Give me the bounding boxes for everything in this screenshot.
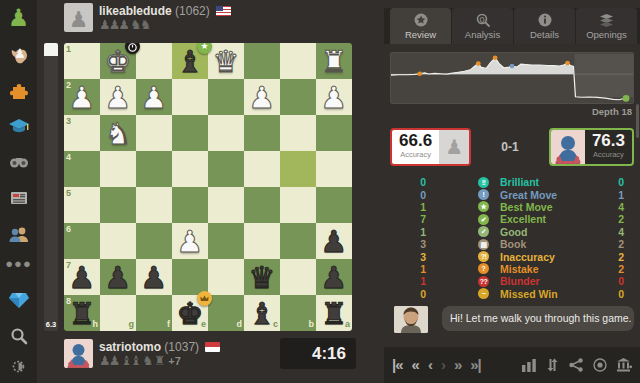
classification-row-best-move: 1★Best Move4 [390,201,634,213]
square-a6[interactable]: ♟ [316,223,352,259]
classification-label: Good [494,226,590,238]
square-d6[interactable] [208,223,244,259]
square-h4[interactable]: 4 [64,151,100,187]
square-c7[interactable]: ♛ [244,259,280,295]
square-b6[interactable] [280,223,316,259]
graph-marker-great-move[interactable] [510,64,515,69]
square-c6[interactable] [244,223,280,259]
white-count: 3 [390,251,426,263]
learn-cap-icon[interactable] [7,114,31,138]
white-pawn-g2[interactable]: ♟ [100,79,136,115]
square-b1[interactable] [280,43,316,79]
file-label-b: b [309,320,315,329]
crown-badge-icon [197,291,212,306]
white-pawn-a2[interactable]: ♟ [316,79,352,115]
classification-label: Book [494,238,590,250]
go-to-start-button[interactable]: |« [392,347,403,383]
white-accuracy-label: Accuracy [392,150,439,159]
white-count: 7 [390,213,426,225]
best-move-icon: ★ [478,201,489,212]
rank-label-4: 4 [66,153,71,162]
bottom-player-avatar[interactable] [64,339,93,368]
depth-row: Depth 18 [390,106,632,120]
great-move-icon: ! [478,189,489,200]
square-f8[interactable]: f [136,295,172,331]
square-f1[interactable] [136,43,172,79]
tab-review[interactable]: Review [390,8,451,44]
black-count: 0 [590,176,624,188]
black-bishop-c8[interactable]: ♝ [244,295,280,331]
svg-text:♟: ♟ [14,46,26,61]
classification-label: Great Move [494,189,590,201]
evaluation-bar-white [44,43,58,56]
classification-label: Brilliant [494,176,590,188]
square-f4[interactable] [136,151,172,187]
next-move-button[interactable]: › [441,347,445,383]
square-a8[interactable]: a♜ [316,295,352,331]
coach-avatar [394,306,428,333]
square-b2[interactable] [280,79,316,115]
black-count: 2 [590,213,624,225]
classification-row-brilliant: 0!!Brilliant0 [390,176,634,188]
blunder-icon: ?? [478,276,489,287]
square-h1[interactable]: 1 [64,43,100,79]
accuracy-row: 66.6 Accuracy ♟ 0-1 76.3 Accuracy [390,128,634,166]
square-f2[interactable]: ♟ [136,79,172,115]
square-f5[interactable] [136,187,172,223]
square-a5[interactable] [316,187,352,223]
black-pawn-a6[interactable]: ♟ [316,223,352,259]
square-c8[interactable]: c♝ [244,295,280,331]
square-e6[interactable]: ♟ [172,223,208,259]
graph-end-region [574,54,633,97]
classification-row-mistake: 1?Mistake2 [390,263,634,275]
square-c5[interactable] [244,187,280,223]
square-d3[interactable] [208,115,244,151]
white-count: 1 [390,226,426,238]
evaluation-bar: 6.3 [44,43,58,331]
square-d1[interactable]: ♛ [208,43,244,79]
square-g4[interactable] [100,151,136,187]
classification-label: Missed Win [494,288,590,300]
top-player-row: ♟ likeabledude (1062) ♟♟♟ ♞♞ ⚙ [37,2,384,40]
review-tab-bar: Review Q Analysis Details Openings [384,8,640,44]
black-count: 2 [590,263,624,275]
classification-row-great-move: 0!Great Move1 [390,188,634,200]
white-pawn-c2[interactable]: ♟ [244,79,280,115]
svg-text:♟: ♟ [69,7,89,32]
svg-text:Q: Q [479,15,484,23]
graph-marker-mistake[interactable] [565,61,570,66]
square-e2[interactable] [172,79,208,115]
move-navigation-bar: |««‹›»»| [384,347,640,383]
retry-icon[interactable] [546,358,559,372]
square-b3[interactable] [280,115,316,151]
record-icon[interactable] [593,358,607,372]
square-c4[interactable] [244,151,280,187]
excellent-icon: ✔ [478,214,489,225]
rank-label-3: 3 [66,117,71,126]
black-pawn-g7[interactable]: ♟ [100,259,136,295]
white-accuracy-card: 66.6 Accuracy ♟ [390,128,471,166]
square-h7[interactable]: 7♟ [64,259,100,295]
share-icon[interactable] [569,358,583,372]
fast-rewind-button[interactable]: « [412,347,419,383]
black-pawn-a7[interactable]: ♟ [316,259,352,295]
square-a7[interactable]: ♟ [316,259,352,295]
scrollbar-thumb[interactable] [636,104,639,138]
square-e4[interactable] [172,151,208,187]
classification-row-inaccuracy: 3?!Inaccuracy2 [390,250,634,262]
bottom-player-captured-pieces: ♟♟ ♝♝ ♞ ♜+7 [99,353,181,368]
square-f6[interactable] [136,223,172,259]
square-h6[interactable]: 6 [64,223,100,259]
rank-label-6: 6 [66,225,71,234]
white-knight-g3[interactable]: ♞ [100,115,136,151]
chess-logo-pawn-icon[interactable]: ♟ [7,6,31,30]
game-review-panel: Review Q Analysis Details Openings Depth… [384,0,640,383]
white-accuracy-value: 66.6 [392,130,439,150]
library-icon[interactable] [617,358,632,372]
review-star-icon [414,13,428,27]
watch-binoculars-icon[interactable] [7,150,31,174]
rank-label-1: 1 [66,45,71,54]
square-h3[interactable]: 3 [64,115,100,151]
news-icon[interactable] [7,186,31,210]
square-a3[interactable] [316,115,352,151]
black-pawn-h7[interactable]: ♟ [64,259,100,295]
go-to-end-button[interactable]: »| [470,347,481,383]
evaluation-graph[interactable] [390,52,634,104]
game-result: 0-1 [471,140,549,154]
square-e7[interactable] [172,259,208,295]
move-classification-list: 0!!Brilliant00!Great Move11★Best Move47✔… [390,176,634,300]
square-a4[interactable] [316,151,352,187]
classification-row-missed-win: 0−Missed Win0 [390,288,634,300]
file-label-g: g [129,320,135,329]
graph-marker-mistake[interactable] [493,56,498,61]
square-g8[interactable]: g [100,295,136,331]
more-dots-icon[interactable]: ●●● [7,252,31,276]
square-f3[interactable] [136,115,172,151]
material-advantage: +7 [168,355,181,367]
black-count: 2 [590,251,624,263]
premium-diamond-icon[interactable] [7,288,31,312]
square-c1[interactable] [244,43,280,79]
social-friends-icon[interactable] [7,222,31,246]
inaccuracy-icon: ?! [478,251,489,262]
chess-board[interactable]: 1♚♝★♛♜2♟♟♟♟♟3♞456♟♟7♟♟♟♛♟8h♜gfe♚dc♝ba♜ [64,43,352,331]
evaluation-value: 6.3 [44,320,58,329]
black-pawn-f7[interactable]: ♟ [136,259,172,295]
square-e1[interactable]: ♝★ [172,43,208,79]
coach-message: Hi! Let me walk you through this game. I… [442,306,634,331]
us-flag-icon [216,6,231,16]
classification-label: Inaccuracy [494,251,590,263]
square-d7[interactable] [208,259,244,295]
white-pawn-e6[interactable]: ♟ [172,223,208,259]
black-rook-h8[interactable]: ♜ [64,295,100,331]
square-g5[interactable] [100,187,136,223]
black-count: 4 [590,201,624,213]
square-b7[interactable] [280,259,316,295]
square-a2[interactable]: ♟ [316,79,352,115]
square-c3[interactable] [244,115,280,151]
fast-forward-button[interactable]: » [454,347,461,383]
classification-label: Mistake [494,263,590,275]
book-icon: ▤ [478,239,489,250]
square-f7[interactable]: ♟ [136,259,172,295]
missed-win-icon: − [478,288,489,299]
square-e5[interactable] [172,187,208,223]
brilliant-icon: !! [478,177,489,188]
square-e8[interactable]: e♚ [172,295,208,331]
bottom-player-row: satriotomo (1037) ♟♟ ♝♝ ♞ ♜+7 4:16 [37,338,384,376]
rank-label-5: 5 [66,189,71,198]
puzzles-icon[interactable] [7,78,31,102]
square-g7[interactable]: ♟ [100,259,136,295]
square-a1[interactable]: ♜ [316,43,352,79]
square-d8[interactable]: d [208,295,244,331]
classification-label: Blunder [494,275,590,287]
black-count: 0 [590,288,624,300]
white-rook-a1[interactable]: ♜ [316,43,352,79]
black-count: 2 [590,238,624,250]
openings-books-icon [599,13,614,27]
classification-label: Best Move [494,201,590,213]
classification-label: Excellent [494,213,590,225]
play-hand-icon[interactable]: ♟ [7,42,31,66]
white-count: 1 [390,201,426,213]
square-h2[interactable]: 2♟ [64,79,100,115]
black-accuracy-label: Accuracy [585,150,632,159]
top-player-rating: (1062) [175,4,210,18]
top-player-name[interactable]: likeabledude (1062) [99,4,231,18]
details-info-icon [538,13,552,27]
tab-details[interactable]: Details [514,8,575,44]
square-b5[interactable] [280,187,316,223]
previous-move-button[interactable]: ‹ [428,347,432,383]
graph-marker-mistake[interactable] [476,61,481,66]
classification-row-book: 3▤Book2 [390,238,634,250]
white-pawn-icon: ♟ [439,130,469,164]
white-count: 3 [390,238,426,250]
file-label-f: f [167,320,170,329]
white-count: 0 [390,288,426,300]
black-queen-c7[interactable]: ♛ [244,259,280,295]
coach-row: Hi! Let me walk you through this game. I… [394,306,634,336]
square-c2[interactable]: ♟ [244,79,280,115]
square-h5[interactable]: 5 [64,187,100,223]
indonesia-flag-icon [205,342,220,352]
analysis-magnifier-icon: Q [476,13,490,27]
black-accuracy-card: 76.3 Accuracy [549,128,634,166]
board-column: ♟ likeabledude (1062) ♟♟♟ ♞♞ ⚙ 6.3 1♚♝★♛… [37,0,384,383]
square-e3[interactable] [172,115,208,151]
graph-marker-mistake[interactable] [417,71,422,76]
classification-row-good: 1✓Good4 [390,226,634,238]
graph-marker-final-position[interactable] [623,95,630,102]
mistake-icon: ? [478,263,489,274]
square-d2[interactable] [208,79,244,115]
search-icon[interactable] [7,324,31,348]
black-count: 0 [590,275,624,287]
classification-row-blunder: 1??Blunder0 [390,275,634,287]
bottom-player-name[interactable]: satriotomo (1037) [99,340,220,354]
app-sidebar: ♟ ♟ ●●● ⚙ ? [0,0,37,383]
good-icon: ✓ [478,226,489,237]
square-b8[interactable]: b [280,295,316,331]
white-pawn-f2[interactable]: ♟ [136,79,172,115]
stats-icon[interactable] [522,359,536,372]
black-player-avatar [551,130,585,164]
black-rook-a8[interactable]: ♜ [316,295,352,331]
top-player-captured-pieces: ♟♟♟ ♞♞ [99,17,149,32]
bottom-player-rating: (1037) [164,340,199,354]
black-count: 1 [590,189,624,201]
white-pawn-h2[interactable]: ♟ [64,79,100,115]
square-b4[interactable] [280,151,316,187]
black-count: 4 [590,226,624,238]
classification-row-excellent: 7✔Excellent2 [390,213,634,225]
square-d4[interactable] [208,151,244,187]
white-count: 1 [390,263,426,275]
white-count: 0 [390,176,426,188]
top-player-avatar[interactable]: ♟ [64,3,93,32]
white-count: 0 [390,189,426,201]
square-h8[interactable]: 8h♜ [64,295,100,331]
depth-label: Depth 18 [592,106,632,117]
white-count: 1 [390,275,426,287]
theme-contrast-icon[interactable] [7,354,31,378]
square-d5[interactable] [208,187,244,223]
black-accuracy-value: 76.3 [585,130,632,150]
white-queen-d1[interactable]: ♛ [208,43,244,79]
square-g2[interactable]: ♟ [100,79,136,115]
bottom-player-clock: 4:16 [280,338,356,369]
file-label-d: d [237,320,243,329]
square-g3[interactable]: ♞ [100,115,136,151]
square-g1[interactable]: ♚ [100,43,136,79]
tab-analysis[interactable]: Q Analysis [452,8,513,44]
square-g6[interactable] [100,223,136,259]
tab-openings[interactable]: Openings [576,8,637,44]
